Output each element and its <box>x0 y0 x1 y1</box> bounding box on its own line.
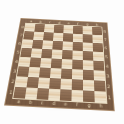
chessboard: abcdefgh8877665544332211abcdefgh <box>4 18 115 111</box>
square-f4[interactable] <box>72 60 83 70</box>
square-g3[interactable] <box>83 70 94 81</box>
file-label-bottom-g: g <box>83 102 95 110</box>
frame-corner <box>106 103 113 110</box>
square-h3[interactable] <box>94 70 105 81</box>
board-perspective-wrap: abcdefgh8877665544332211abcdefgh <box>4 18 115 111</box>
square-f2[interactable] <box>72 79 83 90</box>
square-f1[interactable] <box>71 90 83 102</box>
square-c2[interactable] <box>38 77 50 88</box>
square-g4[interactable] <box>83 60 94 70</box>
board-photo: abcdefgh8877665544332211abcdefgh <box>0 0 124 124</box>
square-d2[interactable] <box>49 78 61 89</box>
file-label-bottom-d: d <box>48 100 60 107</box>
rank-label-right-7: 7 <box>102 35 108 44</box>
square-f3[interactable] <box>72 69 83 80</box>
square-e4[interactable] <box>62 59 73 69</box>
square-h1[interactable] <box>94 91 106 103</box>
rank-label-right-3: 3 <box>104 71 111 81</box>
square-d4[interactable] <box>51 58 62 68</box>
square-g2[interactable] <box>83 80 94 91</box>
square-e2[interactable] <box>60 79 72 90</box>
square-e1[interactable] <box>60 89 72 101</box>
rank-label-right-1: 1 <box>106 92 114 104</box>
file-label-bottom-h: h <box>95 102 107 110</box>
square-e3[interactable] <box>61 69 72 80</box>
square-c3[interactable] <box>39 67 51 78</box>
square-h4[interactable] <box>93 61 104 71</box>
rank-label-right-5: 5 <box>103 52 110 61</box>
square-h2[interactable] <box>94 80 106 91</box>
file-label-bottom-c: c <box>36 99 48 106</box>
square-g1[interactable] <box>83 90 95 102</box>
file-label-bottom-b: b <box>24 99 37 106</box>
square-d3[interactable] <box>50 68 62 79</box>
file-label-bottom-e: e <box>59 100 71 107</box>
rank-label-right-4: 4 <box>104 61 111 71</box>
rank-label-right-2: 2 <box>105 81 112 92</box>
rank-label-right-6: 6 <box>103 43 109 52</box>
square-c1[interactable] <box>37 88 50 100</box>
file-label-bottom-f: f <box>71 101 83 108</box>
square-d1[interactable] <box>48 89 60 101</box>
